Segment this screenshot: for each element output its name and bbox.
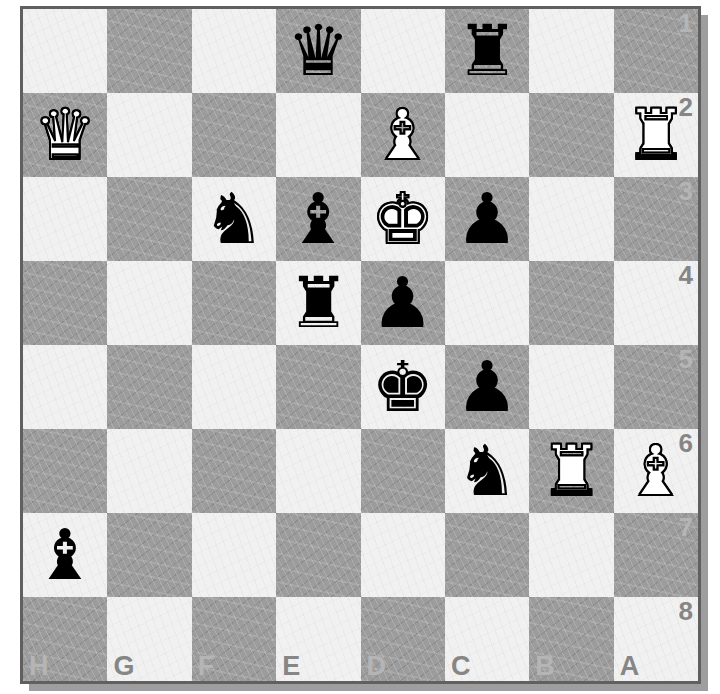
square-c2[interactable] bbox=[445, 93, 529, 177]
square-g8[interactable]: G bbox=[107, 597, 191, 681]
square-a2[interactable]: ♜2 bbox=[614, 93, 698, 177]
rank-label: 5 bbox=[679, 345, 693, 374]
piece-black-queen[interactable]: ♛ bbox=[276, 9, 360, 93]
square-b6[interactable]: ♜ bbox=[529, 429, 613, 513]
piece-black-rook[interactable]: ♜ bbox=[276, 261, 360, 345]
square-g5[interactable] bbox=[107, 345, 191, 429]
square-d4[interactable]: ♟ bbox=[361, 261, 445, 345]
file-label: D bbox=[367, 653, 387, 680]
square-b5[interactable] bbox=[529, 345, 613, 429]
piece-black-rook[interactable]: ♜ bbox=[445, 9, 529, 93]
square-a8[interactable]: 8A bbox=[614, 597, 698, 681]
rank-label: 1 bbox=[679, 9, 693, 38]
piece-white-king[interactable]: ♚ bbox=[361, 177, 445, 261]
square-b1[interactable] bbox=[529, 9, 613, 93]
square-a7[interactable]: 7 bbox=[614, 513, 698, 597]
file-label: C bbox=[451, 653, 471, 680]
square-f8[interactable]: F bbox=[192, 597, 276, 681]
piece-black-bishop[interactable]: ♝ bbox=[23, 513, 107, 597]
rank-label: 2 bbox=[679, 93, 693, 122]
square-b7[interactable] bbox=[529, 513, 613, 597]
square-f2[interactable] bbox=[192, 93, 276, 177]
square-f6[interactable] bbox=[192, 429, 276, 513]
file-label: G bbox=[113, 653, 134, 680]
piece-white-queen[interactable]: ♛ bbox=[23, 93, 107, 177]
left-edge-line bbox=[0, 4, 2, 690]
square-c7[interactable] bbox=[445, 513, 529, 597]
chess-board: ♛♜1♛♝♜2♞♝♚♟3♜♟4♚♟5♞♜♝6♝7HGFEDCB8A bbox=[20, 6, 701, 684]
square-h3[interactable] bbox=[23, 177, 107, 261]
square-c5[interactable]: ♟ bbox=[445, 345, 529, 429]
file-label: E bbox=[282, 653, 300, 680]
square-d5[interactable]: ♚ bbox=[361, 345, 445, 429]
square-b3[interactable] bbox=[529, 177, 613, 261]
square-g4[interactable] bbox=[107, 261, 191, 345]
square-g2[interactable] bbox=[107, 93, 191, 177]
square-g7[interactable] bbox=[107, 513, 191, 597]
square-a1[interactable]: 1 bbox=[614, 9, 698, 93]
square-a4[interactable]: 4 bbox=[614, 261, 698, 345]
square-a5[interactable]: 5 bbox=[614, 345, 698, 429]
square-c6[interactable]: ♞ bbox=[445, 429, 529, 513]
square-c4[interactable] bbox=[445, 261, 529, 345]
square-e6[interactable] bbox=[276, 429, 360, 513]
square-c1[interactable]: ♜ bbox=[445, 9, 529, 93]
file-label: A bbox=[620, 653, 640, 680]
square-d1[interactable] bbox=[361, 9, 445, 93]
square-f1[interactable] bbox=[192, 9, 276, 93]
rank-label: 8 bbox=[679, 597, 693, 626]
square-g1[interactable] bbox=[107, 9, 191, 93]
square-h6[interactable] bbox=[23, 429, 107, 513]
square-c8[interactable]: C bbox=[445, 597, 529, 681]
file-label: B bbox=[535, 653, 555, 680]
square-f5[interactable] bbox=[192, 345, 276, 429]
piece-white-rook[interactable]: ♜ bbox=[529, 429, 613, 513]
piece-black-knight[interactable]: ♞ bbox=[445, 429, 529, 513]
square-f4[interactable] bbox=[192, 261, 276, 345]
square-e3[interactable]: ♝ bbox=[276, 177, 360, 261]
piece-white-bishop[interactable]: ♝ bbox=[361, 93, 445, 177]
square-c3[interactable]: ♟ bbox=[445, 177, 529, 261]
page: ♛♜1♛♝♜2♞♝♚♟3♜♟4♚♟5♞♜♝6♝7HGFEDCB8A bbox=[0, 0, 720, 694]
bottom-edge-line bbox=[0, 691, 720, 693]
file-label: H bbox=[29, 653, 49, 680]
square-g6[interactable] bbox=[107, 429, 191, 513]
square-d6[interactable] bbox=[361, 429, 445, 513]
rank-label: 4 bbox=[679, 261, 693, 290]
square-a6[interactable]: ♝6 bbox=[614, 429, 698, 513]
square-e5[interactable] bbox=[276, 345, 360, 429]
square-f3[interactable]: ♞ bbox=[192, 177, 276, 261]
square-e4[interactable]: ♜ bbox=[276, 261, 360, 345]
square-h1[interactable] bbox=[23, 9, 107, 93]
square-h7[interactable]: ♝ bbox=[23, 513, 107, 597]
square-f7[interactable] bbox=[192, 513, 276, 597]
square-e8[interactable]: E bbox=[276, 597, 360, 681]
piece-black-knight[interactable]: ♞ bbox=[192, 177, 276, 261]
piece-black-pawn[interactable]: ♟ bbox=[445, 345, 529, 429]
square-h5[interactable] bbox=[23, 345, 107, 429]
square-b2[interactable] bbox=[529, 93, 613, 177]
piece-black-pawn[interactable]: ♟ bbox=[361, 261, 445, 345]
square-a3[interactable]: 3 bbox=[614, 177, 698, 261]
square-d2[interactable]: ♝ bbox=[361, 93, 445, 177]
rank-label: 7 bbox=[679, 513, 693, 542]
piece-black-king[interactable]: ♚ bbox=[361, 345, 445, 429]
square-d3[interactable]: ♚ bbox=[361, 177, 445, 261]
rank-label: 3 bbox=[679, 177, 693, 206]
square-d7[interactable] bbox=[361, 513, 445, 597]
rank-label: 6 bbox=[679, 429, 693, 458]
square-e2[interactable] bbox=[276, 93, 360, 177]
square-b4[interactable] bbox=[529, 261, 613, 345]
square-g3[interactable] bbox=[107, 177, 191, 261]
square-e7[interactable] bbox=[276, 513, 360, 597]
square-d8[interactable]: D bbox=[361, 597, 445, 681]
square-h2[interactable]: ♛ bbox=[23, 93, 107, 177]
file-label: F bbox=[198, 653, 215, 680]
square-h8[interactable]: H bbox=[23, 597, 107, 681]
square-h4[interactable] bbox=[23, 261, 107, 345]
square-b8[interactable]: B bbox=[529, 597, 613, 681]
square-e1[interactable]: ♛ bbox=[276, 9, 360, 93]
piece-black-pawn[interactable]: ♟ bbox=[445, 177, 529, 261]
piece-black-bishop[interactable]: ♝ bbox=[276, 177, 360, 261]
